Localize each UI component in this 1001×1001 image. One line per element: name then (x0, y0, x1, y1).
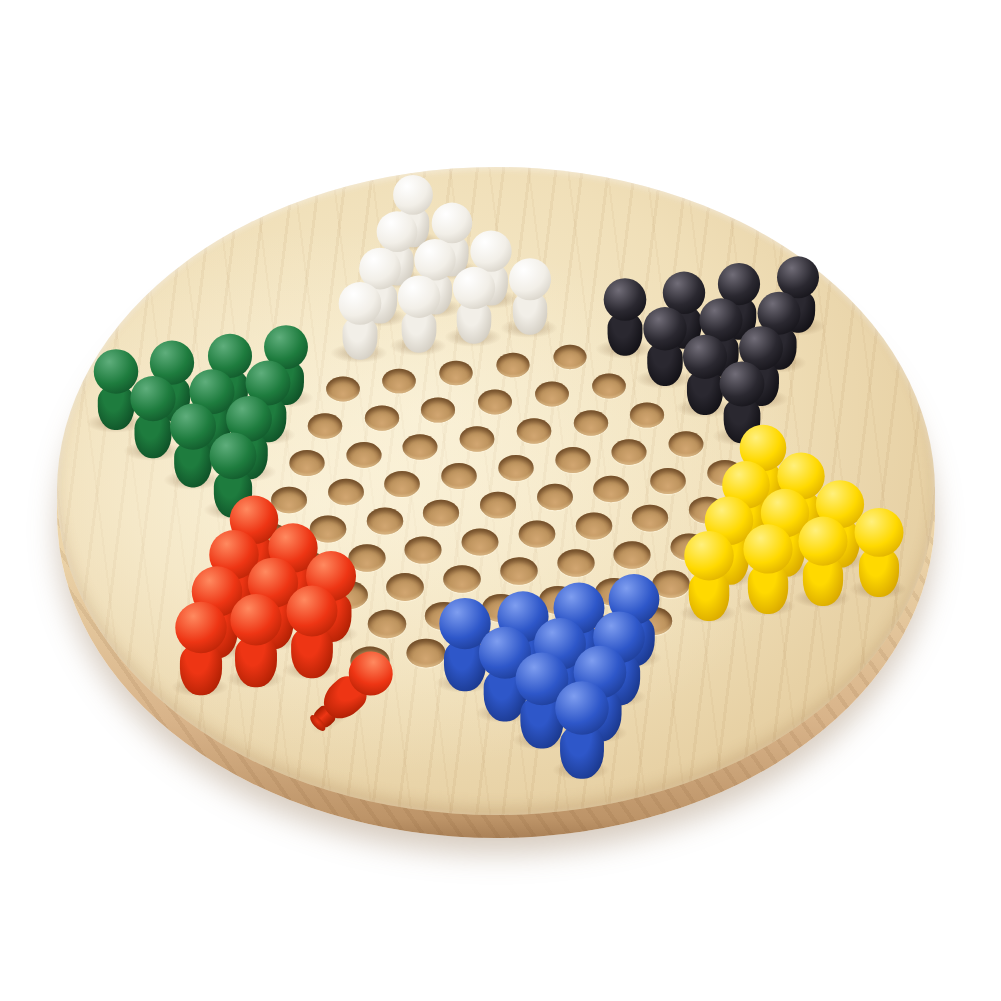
hole[interactable] (500, 557, 537, 585)
hole[interactable] (289, 450, 324, 476)
peg-shape (553, 681, 609, 779)
hole[interactable] (592, 373, 626, 398)
hole[interactable] (480, 492, 516, 519)
peg-head (453, 267, 495, 309)
peg-shape (603, 278, 648, 356)
hole[interactable] (441, 463, 477, 489)
peg-head (555, 681, 609, 735)
peg-head (685, 531, 735, 581)
hole[interactable] (632, 504, 668, 531)
peg-head (743, 525, 792, 574)
peg-shape (396, 275, 440, 352)
peg-head (470, 230, 511, 271)
peg-head (509, 258, 551, 300)
hole[interactable] (614, 541, 651, 568)
hole[interactable] (498, 455, 533, 481)
peg-head (376, 211, 417, 252)
hole[interactable] (535, 381, 569, 406)
peg-shape (229, 594, 283, 687)
peg-head (854, 508, 903, 557)
peg-shape (853, 508, 904, 597)
peg-head (644, 307, 687, 350)
peg-shape (452, 267, 496, 344)
hole[interactable] (478, 389, 512, 414)
chinese-checkers-photo (0, 0, 1001, 1001)
hole[interactable] (575, 512, 612, 539)
hole[interactable] (326, 377, 360, 402)
hole[interactable] (650, 468, 686, 494)
hole[interactable] (440, 361, 473, 386)
peg-head (175, 602, 226, 653)
hole[interactable] (517, 418, 552, 443)
peg-head (286, 585, 337, 636)
hole[interactable] (462, 529, 499, 556)
hole[interactable] (366, 508, 402, 535)
peg-head (415, 239, 457, 281)
hole[interactable] (346, 442, 381, 468)
hole[interactable] (308, 414, 343, 439)
peg-shape (508, 258, 552, 334)
peg-shape (338, 282, 383, 360)
hole[interactable] (594, 476, 630, 502)
hole[interactable] (364, 405, 398, 430)
peg-head (604, 278, 647, 321)
peg-head (397, 275, 440, 318)
hole[interactable] (518, 520, 555, 547)
peg-head (799, 516, 848, 565)
peg-shape (798, 516, 849, 605)
peg-head (393, 175, 433, 215)
hole[interactable] (555, 447, 590, 473)
peg-shape (285, 585, 338, 678)
peg-shape (683, 531, 735, 621)
hole[interactable] (669, 431, 704, 457)
peg-shape (174, 602, 228, 696)
hole[interactable] (573, 410, 607, 435)
hole[interactable] (537, 484, 573, 510)
hole[interactable] (496, 353, 529, 377)
peg-head (720, 362, 765, 407)
peg-shape (742, 525, 794, 615)
hole[interactable] (553, 345, 586, 369)
peg-head (230, 594, 281, 645)
hole[interactable] (612, 439, 647, 465)
peg-head (432, 203, 473, 244)
hole[interactable] (630, 402, 664, 427)
hole[interactable] (557, 549, 594, 576)
peg-head (210, 433, 257, 480)
hole[interactable] (460, 426, 495, 452)
hole[interactable] (328, 479, 364, 505)
peg-head (339, 282, 382, 325)
